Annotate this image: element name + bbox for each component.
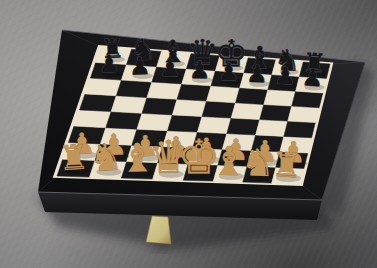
piece-black-pawn-a7: ♟ [98,50,121,79]
square-b6 [116,80,152,98]
square-d6 [177,84,211,101]
chess-board: ♜♞♝♛♚♝♞♜♟♟♟♟♟♟♟♟♟♟♟♟♟♟♟♟♜♞♝♛♚♝♞♜ [0,0,377,268]
square-g6 [264,90,296,107]
piece-white-rook-a1: ♜ [57,137,90,178]
square-c6 [147,82,182,99]
square-e6 [207,86,240,103]
piece-black-pawn-h7: ♟ [301,63,324,92]
square-f6 [236,88,268,105]
square-b5 [111,96,147,114]
piece-white-rook-h1: ♜ [271,145,303,185]
piece-black-pawn-f7: ♟ [246,60,268,89]
piece-black-pawn-b7: ♟ [129,52,151,81]
square-d5 [172,99,206,116]
square-g5 [260,105,292,122]
piece-white-knight-b1: ♞ [88,135,123,180]
square-f5 [231,103,264,120]
square-a6 [85,78,121,96]
square-h5 [288,106,319,123]
piece-black-pawn-c7: ♟ [159,54,181,82]
chess-set-photo: ♜♞♝♛♚♝♞♜♟♟♟♟♟♟♟♟♟♟♟♟♟♟♟♟♜♞♝♛♚♝♞♜ [0,0,377,268]
square-c5 [142,98,177,115]
piece-black-pawn-e7: ♟ [218,58,240,86]
pull-shadow [150,245,172,251]
piece-black-pawn-g7: ♟ [274,62,297,91]
square-e5 [202,101,236,118]
piece-black-pawn-d7: ♟ [189,56,211,84]
square-a5 [80,94,117,112]
square-h6 [292,91,323,108]
